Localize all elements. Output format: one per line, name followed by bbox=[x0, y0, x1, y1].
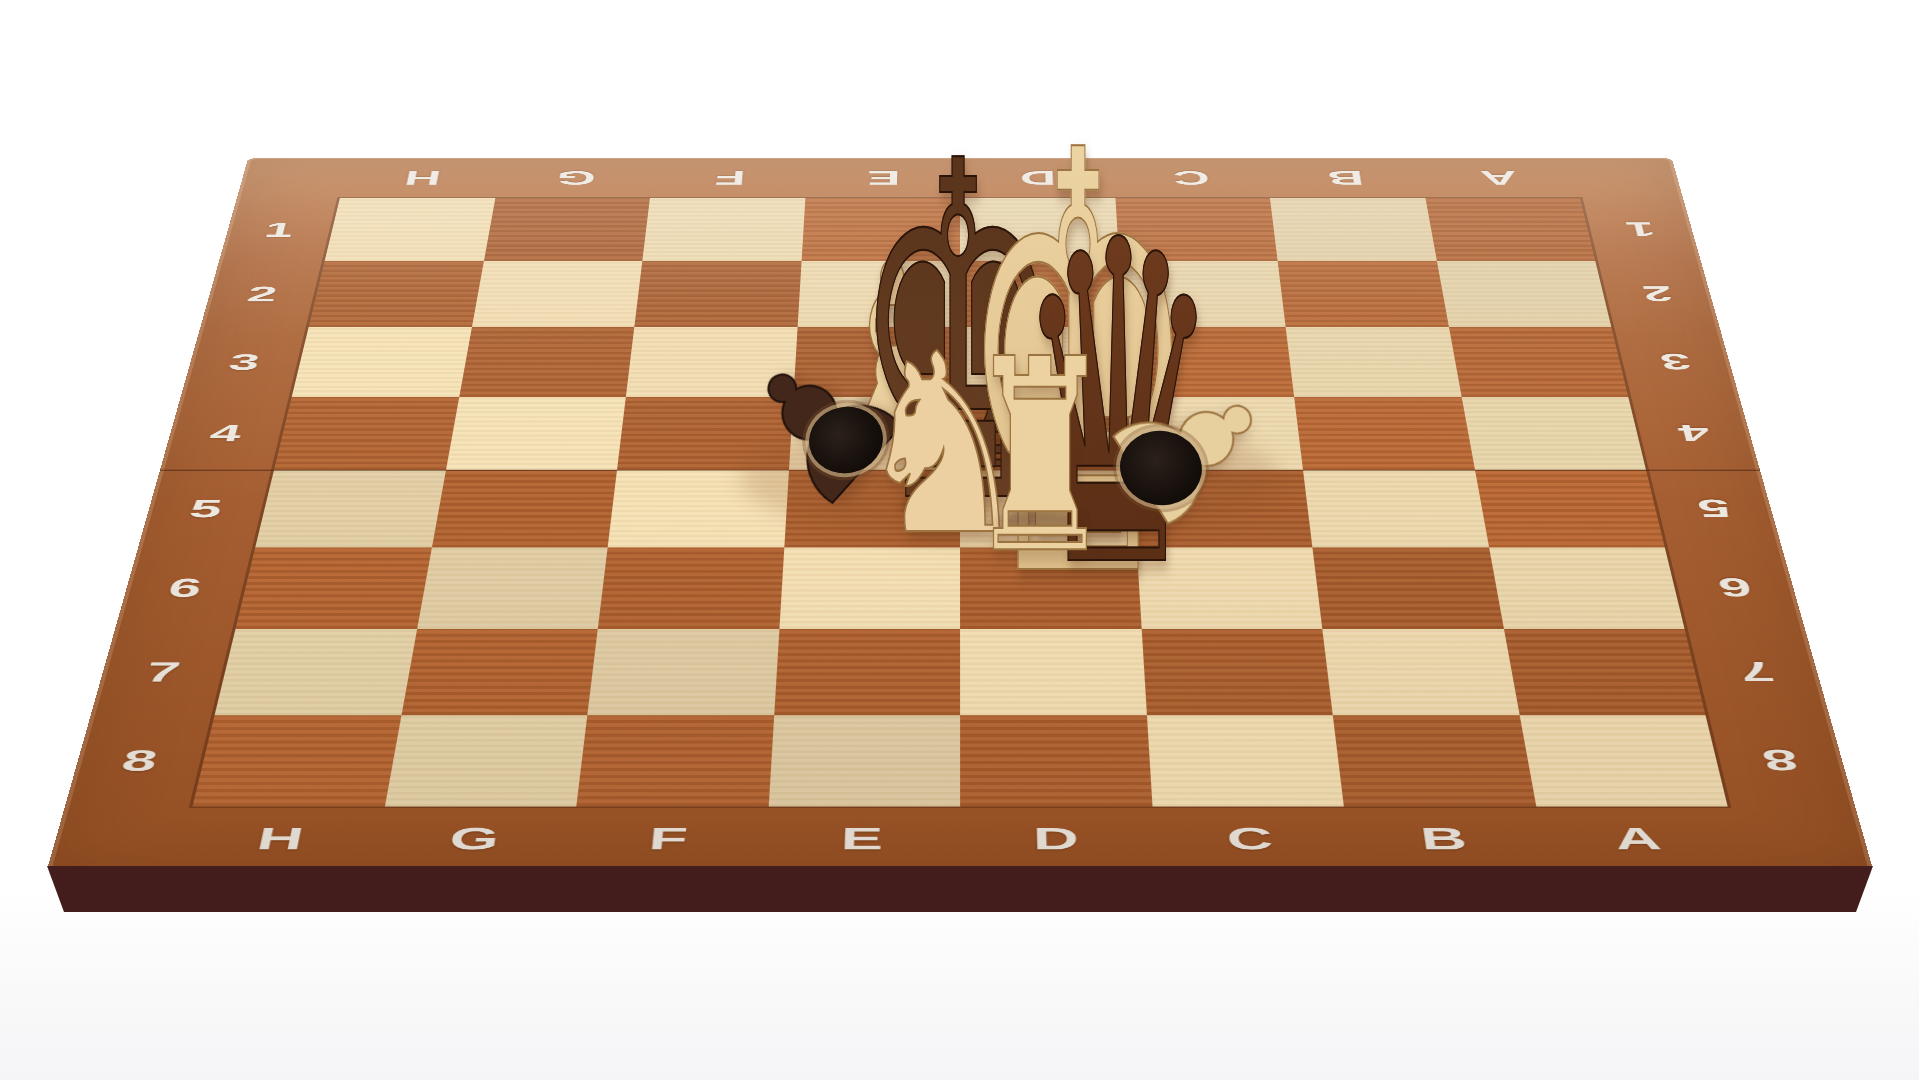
rank-label-left-3: 3 bbox=[226, 348, 265, 374]
square-a4 bbox=[1461, 397, 1646, 470]
square-b4 bbox=[1294, 397, 1474, 470]
square-e3 bbox=[793, 327, 960, 397]
square-c2 bbox=[1119, 261, 1286, 327]
file-label-top-g: G bbox=[553, 166, 597, 189]
file-label-top-f: F bbox=[712, 166, 747, 189]
square-a8 bbox=[1519, 715, 1728, 806]
square-d5 bbox=[960, 470, 1136, 547]
square-c8 bbox=[1146, 715, 1343, 806]
rank-label-right-5: 5 bbox=[1692, 494, 1733, 523]
square-c7 bbox=[1141, 629, 1333, 715]
square-h2 bbox=[309, 261, 484, 327]
board-playing-area bbox=[192, 198, 1727, 806]
square-g4 bbox=[446, 397, 626, 470]
square-d2 bbox=[960, 261, 1123, 327]
square-c1 bbox=[1115, 198, 1278, 261]
square-h8 bbox=[192, 715, 401, 806]
square-d4 bbox=[960, 397, 1132, 470]
square-h1 bbox=[325, 198, 495, 261]
square-a3 bbox=[1449, 327, 1629, 397]
file-label-bottom-h: H bbox=[254, 820, 310, 856]
square-b7 bbox=[1322, 629, 1519, 715]
rank-label-right-8: 8 bbox=[1757, 743, 1803, 778]
square-d1 bbox=[960, 198, 1119, 261]
square-b2 bbox=[1278, 261, 1449, 327]
square-d7 bbox=[960, 629, 1146, 715]
square-g2 bbox=[471, 261, 642, 327]
file-label-top-e: E bbox=[865, 166, 901, 189]
square-b1 bbox=[1270, 198, 1436, 261]
rank-label-left-5: 5 bbox=[186, 494, 227, 523]
file-label-top-b: B bbox=[1324, 166, 1366, 189]
file-label-bottom-d: D bbox=[1033, 820, 1082, 856]
square-f6 bbox=[598, 547, 784, 629]
square-a6 bbox=[1489, 547, 1685, 629]
file-label-bottom-a: A bbox=[1611, 820, 1667, 856]
rank-label-right-4: 4 bbox=[1673, 419, 1713, 447]
square-e6 bbox=[779, 547, 960, 629]
rank-label-left-4: 4 bbox=[207, 419, 247, 447]
square-g8 bbox=[384, 715, 587, 806]
square-d3 bbox=[960, 327, 1127, 397]
product-photo-stage: HH11GG22FF33EE44DD55CC66BB77AA88 ♟♝♜♚♞♚♛… bbox=[0, 0, 1919, 1080]
square-g5 bbox=[431, 470, 617, 547]
square-e2 bbox=[797, 261, 960, 327]
square-e8 bbox=[768, 715, 960, 806]
rank-label-right-7: 7 bbox=[1734, 655, 1778, 688]
square-h4 bbox=[274, 397, 459, 470]
square-d8 bbox=[960, 715, 1152, 806]
rank-label-left-2: 2 bbox=[244, 281, 282, 306]
square-e7 bbox=[774, 629, 960, 715]
square-a7 bbox=[1503, 629, 1705, 715]
square-f3 bbox=[626, 327, 797, 397]
rank-label-left-8: 8 bbox=[118, 743, 164, 778]
square-f8 bbox=[576, 715, 773, 806]
file-label-top-d: D bbox=[1018, 166, 1057, 189]
square-f2 bbox=[634, 261, 801, 327]
square-e1 bbox=[801, 198, 960, 261]
file-label-top-a: A bbox=[1477, 166, 1520, 189]
square-c3 bbox=[1123, 327, 1294, 397]
square-d6 bbox=[960, 547, 1141, 629]
square-c5 bbox=[1132, 470, 1313, 547]
square-h5 bbox=[255, 470, 445, 547]
square-g6 bbox=[417, 547, 608, 629]
file-label-top-h: H bbox=[400, 166, 443, 189]
rank-label-left-7: 7 bbox=[142, 655, 186, 688]
rank-label-left-1: 1 bbox=[262, 217, 299, 241]
square-c6 bbox=[1136, 547, 1322, 629]
square-e4 bbox=[789, 397, 961, 470]
square-g1 bbox=[483, 198, 649, 261]
square-b3 bbox=[1286, 327, 1462, 397]
file-label-bottom-c: C bbox=[1225, 820, 1276, 856]
square-g3 bbox=[459, 327, 634, 397]
square-a1 bbox=[1425, 198, 1595, 261]
file-label-bottom-g: G bbox=[447, 820, 504, 856]
square-h6 bbox=[236, 547, 432, 629]
file-label-bottom-e: E bbox=[840, 820, 886, 856]
square-b8 bbox=[1333, 715, 1536, 806]
rank-label-right-3: 3 bbox=[1655, 348, 1694, 374]
square-a2 bbox=[1436, 261, 1611, 327]
file-label-bottom-b: B bbox=[1418, 820, 1472, 856]
square-b6 bbox=[1312, 547, 1503, 629]
rank-label-left-6: 6 bbox=[165, 572, 208, 603]
square-b5 bbox=[1303, 470, 1489, 547]
rank-label-right-2: 2 bbox=[1638, 281, 1676, 306]
square-f1 bbox=[642, 198, 805, 261]
file-label-top-c: C bbox=[1171, 166, 1211, 189]
chess-board: HH11GG22FF33EE44DD55CC66BB77AA88 bbox=[47, 158, 1873, 870]
square-f7 bbox=[587, 629, 779, 715]
square-h7 bbox=[215, 629, 417, 715]
square-g7 bbox=[401, 629, 598, 715]
square-c4 bbox=[1127, 397, 1303, 470]
rank-label-right-6: 6 bbox=[1713, 572, 1756, 603]
board-fold-seam bbox=[160, 470, 1760, 471]
rank-label-right-1: 1 bbox=[1622, 217, 1659, 241]
square-a5 bbox=[1475, 470, 1665, 547]
square-h3 bbox=[292, 327, 472, 397]
square-f4 bbox=[617, 397, 793, 470]
board-3d-scene: HH11GG22FF33EE44DD55CC66BB77AA88 bbox=[0, 0, 1919, 1080]
file-label-bottom-f: F bbox=[647, 820, 691, 856]
square-e5 bbox=[784, 470, 960, 547]
square-f5 bbox=[608, 470, 789, 547]
